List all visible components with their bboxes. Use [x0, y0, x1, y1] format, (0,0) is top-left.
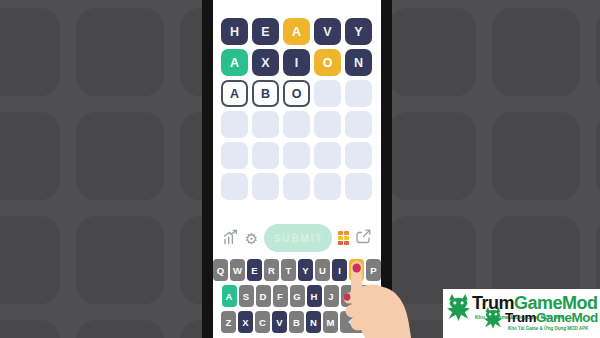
letter-grid: HEAVYAXIONABO — [221, 18, 372, 200]
tile-b: B — [252, 80, 279, 107]
tile-empty — [283, 111, 310, 138]
tile-y: Y — [345, 18, 372, 45]
background: HEAVYAXIONABO ⚙ — [0, 0, 600, 338]
key-w[interactable]: W — [230, 259, 245, 281]
key-f[interactable]: F — [273, 285, 288, 307]
submit-button[interactable]: SUBMIT — [264, 224, 332, 252]
tile-empty — [314, 173, 341, 200]
tile-empty — [283, 142, 310, 169]
monster-logo-icon — [446, 294, 471, 325]
key-r[interactable]: R — [264, 259, 279, 281]
tile-o: O — [283, 80, 310, 107]
tile-a: A — [221, 49, 248, 76]
tile-empty — [252, 173, 279, 200]
tile-n: N — [345, 49, 372, 76]
tile-empty — [345, 111, 372, 138]
key-backspace[interactable]: ⌫ — [340, 311, 373, 333]
key-q[interactable]: Q — [213, 259, 228, 281]
monster-logo-icon-small — [483, 307, 503, 333]
keyboard-row: ASDFGHJKL — [213, 285, 381, 307]
results-grid-icon — [338, 231, 349, 245]
watermark-brand-small: TrumGameMod — [505, 310, 598, 325]
key-p[interactable]: P — [366, 259, 381, 281]
key-z[interactable]: Z — [221, 311, 236, 333]
tile-empty — [221, 173, 248, 200]
tile-o: O — [314, 49, 341, 76]
keyboard-row: QWERTYUIOP — [213, 259, 381, 281]
key-u[interactable]: U — [315, 259, 330, 281]
tile-empty — [314, 142, 341, 169]
key-e[interactable]: E — [247, 259, 262, 281]
tile-h: H — [221, 18, 248, 45]
key-j[interactable]: J — [324, 285, 339, 307]
stats-button[interactable] — [222, 229, 239, 248]
key-y[interactable]: Y — [298, 259, 313, 281]
tile-empty — [345, 142, 372, 169]
key-x[interactable]: X — [238, 311, 253, 333]
key-s[interactable]: S — [239, 285, 254, 307]
phone-frame: HEAVYAXIONABO ⚙ — [202, 0, 392, 338]
key-l[interactable]: L — [358, 285, 373, 307]
tile-empty — [345, 80, 372, 107]
key-i[interactable]: I — [332, 259, 347, 281]
toolbar: ⚙ SUBMIT — [213, 224, 381, 252]
settings-button[interactable]: ⚙ — [245, 231, 258, 246]
tile-empty — [283, 173, 310, 200]
watermark: TrumGameMod Kho Tải Game & Ứng Dụng MOD … — [443, 289, 600, 338]
tile-empty — [221, 111, 248, 138]
key-a[interactable]: A — [222, 285, 237, 307]
tile-empty — [221, 142, 248, 169]
key-t[interactable]: T — [281, 259, 296, 281]
key-g[interactable]: G — [290, 285, 305, 307]
tile-i: I — [283, 49, 310, 76]
game-screen: HEAVYAXIONABO ⚙ — [213, 0, 381, 338]
tile-empty — [252, 111, 279, 138]
key-o[interactable]: O — [349, 259, 364, 281]
tile-empty — [314, 111, 341, 138]
key-d[interactable]: D — [256, 285, 271, 307]
key-c[interactable]: C — [255, 311, 270, 333]
tile-v: V — [314, 18, 341, 45]
key-h[interactable]: H — [307, 285, 322, 307]
keyboard-row: ZXCVBNM⌫ — [213, 311, 381, 333]
results-grid-button[interactable] — [338, 231, 349, 245]
tile-a: A — [283, 18, 310, 45]
watermark-tagline-small: Kho Tải Game & Ứng Dụng MOD APK — [508, 326, 588, 331]
share-button[interactable] — [355, 228, 372, 248]
gear-icon: ⚙ — [245, 231, 258, 246]
tile-empty — [314, 80, 341, 107]
tile-a: A — [221, 80, 248, 107]
key-b[interactable]: B — [289, 311, 304, 333]
key-v[interactable]: V — [272, 311, 287, 333]
key-k[interactable]: K — [341, 285, 356, 307]
share-icon — [355, 228, 372, 248]
keyboard: QWERTYUIOPASDFGHJKLZXCVBNM⌫ — [213, 259, 381, 337]
key-n[interactable]: N — [306, 311, 321, 333]
key-m[interactable]: M — [323, 311, 338, 333]
tile-empty — [252, 142, 279, 169]
tile-x: X — [252, 49, 279, 76]
tile-e: E — [252, 18, 279, 45]
stats-chart-icon — [222, 229, 239, 248]
tile-empty — [345, 173, 372, 200]
